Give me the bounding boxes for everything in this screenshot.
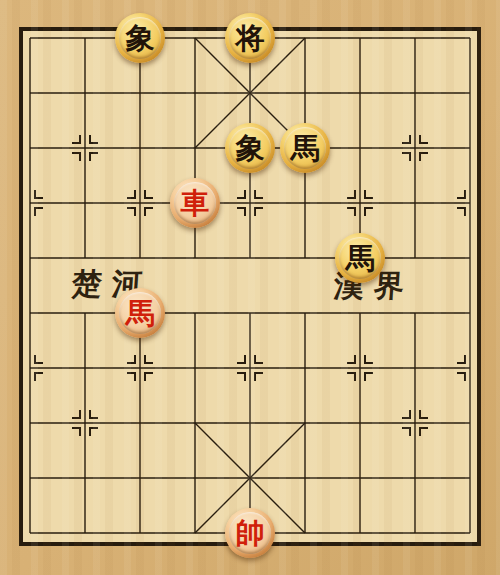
- red-horse-c6[interactable]: 馬: [115, 288, 165, 338]
- red-piece-glyph: 帥: [236, 519, 265, 548]
- black-piece-glyph: 象: [236, 134, 265, 163]
- black-general-e1[interactable]: 将: [225, 13, 275, 63]
- board-intersections: 象将象馬馬車馬帥: [3, 11, 498, 561]
- red-chariot-d4[interactable]: 車: [170, 178, 220, 228]
- xiangqi-board: 楚河 漢界 象将象馬馬車馬帥: [0, 0, 500, 575]
- black-elephant-c1[interactable]: 象: [115, 13, 165, 63]
- black-piece-glyph: 将: [236, 24, 265, 53]
- black-piece-glyph: 馬: [346, 244, 375, 273]
- black-piece-glyph: 象: [126, 24, 155, 53]
- red-piece-glyph: 車: [181, 189, 210, 218]
- red-general-e10[interactable]: 帥: [225, 508, 275, 558]
- black-horse-f3[interactable]: 馬: [280, 123, 330, 173]
- red-piece-glyph: 馬: [126, 299, 155, 328]
- black-elephant-e3[interactable]: 象: [225, 123, 275, 173]
- black-piece-glyph: 馬: [291, 134, 320, 163]
- black-horse-g5[interactable]: 馬: [335, 233, 385, 283]
